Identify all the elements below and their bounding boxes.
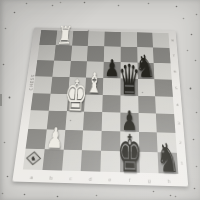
square-d2 (82, 131, 101, 151)
square-e3 (102, 112, 121, 131)
rank-label-5: 5 (173, 79, 180, 96)
square-d8 (88, 31, 105, 46)
square-h7 (153, 47, 170, 63)
square-b8 (55, 30, 72, 45)
square-e2 (101, 131, 120, 151)
file-label-e: e (100, 176, 120, 182)
rank-label-7: 7 (170, 48, 177, 64)
square-g6 (137, 62, 154, 79)
square-g4 (138, 96, 156, 114)
board-grid (23, 30, 178, 174)
square-b6 (52, 60, 70, 76)
square-f6 (120, 62, 137, 79)
photo-dust-specks (0, 0, 1, 1)
file-label-c: c (61, 175, 81, 181)
square-h5 (155, 79, 173, 96)
file-label-f: f (120, 177, 140, 183)
square-a5 (33, 76, 52, 93)
square-a7 (37, 45, 55, 61)
square-d5 (85, 77, 103, 94)
square-c5 (68, 77, 86, 94)
square-d6 (86, 61, 104, 78)
knight-logo-icon: ♞ (25, 151, 41, 165)
rank-label-1: 1 (178, 153, 186, 174)
square-b3 (47, 111, 67, 130)
square-c1 (62, 150, 83, 171)
rank-label-2: 2 (176, 133, 184, 153)
square-g7 (137, 47, 154, 63)
square-d7 (87, 46, 104, 62)
square-f1 (120, 151, 139, 172)
board-surface: abcdefgh 87654321 CHESS ♞ ♜♚♝♟♟♛♞♟♚♞ (12, 27, 188, 186)
square-e4 (102, 95, 120, 113)
square-a2 (26, 129, 47, 149)
square-d3 (83, 112, 102, 131)
square-f7 (120, 47, 137, 63)
square-a4 (31, 93, 51, 111)
board: abcdefgh 87654321 CHESS ♞ ♜♚♝♟♟♛♞♟♚♞ (12, 27, 188, 186)
square-c3 (65, 111, 84, 130)
square-g3 (138, 113, 157, 132)
file-label-b: b (41, 175, 61, 181)
square-f5 (120, 78, 138, 95)
square-e1 (100, 151, 120, 172)
square-e7 (104, 46, 121, 62)
square-c2 (63, 130, 83, 150)
rank-label-8: 8 (169, 33, 176, 48)
file-label-a: a (22, 174, 42, 180)
square-a3 (28, 111, 48, 130)
file-label-g: g (139, 177, 159, 183)
square-g8 (137, 32, 154, 47)
square-e6 (103, 62, 120, 79)
square-f8 (121, 32, 137, 47)
square-b2 (44, 130, 64, 150)
file-label-d: d (80, 176, 100, 182)
square-a8 (39, 30, 57, 45)
square-f2 (120, 132, 139, 152)
brand-logo-crest: ♞ (25, 151, 41, 165)
file-label-h: h (159, 178, 179, 184)
square-d1 (81, 150, 101, 171)
square-h2 (157, 133, 177, 153)
square-h1 (158, 152, 178, 173)
rank-label-3: 3 (175, 114, 183, 133)
file-labels: abcdefgh (22, 174, 180, 184)
square-h4 (155, 96, 174, 114)
square-b5 (50, 76, 69, 93)
square-e8 (104, 32, 120, 47)
square-e5 (103, 78, 121, 95)
square-g2 (138, 132, 157, 152)
square-f3 (120, 113, 138, 132)
square-d4 (84, 94, 102, 112)
square-h8 (152, 33, 169, 48)
square-h6 (154, 63, 172, 80)
square-b1 (42, 149, 63, 170)
square-c6 (69, 61, 87, 77)
photo-edge-mark (0, 94, 2, 106)
square-c7 (70, 45, 87, 61)
chessboard-photo: abcdefgh 87654321 CHESS ♞ ♜♚♝♟♟♛♞♟♚♞ (0, 0, 200, 200)
square-c8 (72, 31, 89, 46)
square-g1 (139, 152, 159, 173)
square-c4 (66, 94, 85, 112)
square-h3 (156, 114, 175, 133)
square-f4 (120, 95, 138, 113)
square-g5 (137, 79, 155, 96)
rank-label-6: 6 (171, 63, 178, 79)
square-a6 (35, 60, 54, 76)
square-b7 (54, 45, 72, 61)
square-b4 (48, 93, 67, 111)
rank-label-4: 4 (174, 96, 182, 114)
